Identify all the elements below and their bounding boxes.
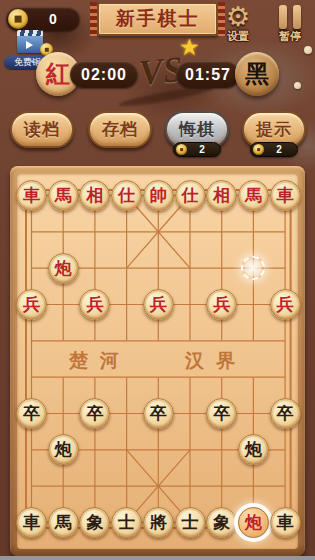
piece-red-soldier[interactable]: 兵 [16, 289, 47, 320]
decor-bead [304, 46, 312, 54]
save-game-button[interactable]: 存档 [88, 111, 152, 148]
pause-label: 暂停 [266, 29, 314, 44]
piece-red-horse[interactable]: 馬 [48, 180, 79, 211]
rank-title-text: 新手棋士 [116, 6, 200, 32]
piece-black-elephant[interactable]: 象 [206, 507, 237, 538]
piece-red-elephant[interactable]: 相 [206, 180, 237, 211]
black-player-disc: 黑 [235, 52, 279, 96]
board-grid [17, 173, 298, 549]
piece-red-cannon[interactable]: 炮 [48, 253, 79, 284]
piece-red-soldier[interactable]: 兵 [206, 289, 237, 320]
coin-icon [176, 144, 187, 155]
hint-label: 提示 [256, 118, 292, 141]
piece-black-advisor[interactable]: 士 [175, 507, 206, 538]
piece-black-cannon[interactable]: 炮 [48, 434, 79, 465]
black-player-label: 黑 [245, 58, 269, 90]
piece-black-chariot[interactable]: 車 [270, 507, 301, 538]
undo-count-badge: 2 [173, 142, 221, 157]
piece-red-cannon[interactable]: 炮 [238, 507, 269, 538]
video-clapperboard-icon [17, 30, 47, 54]
piece-black-soldier[interactable]: 卒 [143, 398, 174, 429]
piece-red-chariot[interactable]: 車 [270, 180, 301, 211]
piece-red-advisor[interactable]: 仕 [111, 180, 142, 211]
piece-red-horse[interactable]: 馬 [238, 180, 269, 211]
river-label-right: 汉界 [185, 348, 247, 374]
piece-red-general[interactable]: 帥 [143, 180, 174, 211]
piece-red-chariot[interactable]: 車 [16, 180, 47, 211]
coin-icon [8, 9, 28, 29]
piece-black-cannon[interactable]: 炮 [238, 434, 269, 465]
load-save-button[interactable]: 读档 [10, 111, 74, 148]
coin-balance-value: 0 [32, 7, 74, 31]
coin-icon [253, 144, 264, 155]
pause-button[interactable]: 暂停 [266, 4, 314, 44]
river-label-left: 楚河 [69, 348, 131, 374]
piece-black-soldier[interactable]: 卒 [206, 398, 237, 429]
piece-black-general[interactable]: 將 [143, 507, 174, 538]
hint-count-badge: 2 [250, 142, 298, 157]
black-timer: 01:57 [176, 61, 240, 88]
undo-move-label: 悔棋 [179, 118, 215, 141]
pause-icon [266, 4, 314, 30]
load-save-label: 读档 [24, 118, 60, 141]
save-game-label: 存档 [102, 118, 138, 141]
decor-bead [294, 82, 301, 89]
settings-label: 设置 [214, 29, 262, 44]
undo-count-value: 2 [188, 143, 216, 156]
piece-red-soldier[interactable]: 兵 [270, 289, 301, 320]
rank-title-plaque: 新手棋士 [97, 2, 218, 36]
red-player-label: 紅 [46, 58, 70, 90]
screen-bottom-edge [0, 556, 315, 560]
piece-black-horse[interactable]: 馬 [48, 507, 79, 538]
red-timer: 02:00 [70, 61, 138, 88]
piece-black-soldier[interactable]: 卒 [16, 398, 47, 429]
board-frame: 楚河 汉界 車馬相仕帥仕相馬車炮兵兵兵兵兵卒卒卒卒卒炮炮車馬象士將士象炮車 [10, 166, 305, 556]
star-icon: ★ [179, 34, 200, 61]
piece-red-advisor[interactable]: 仕 [175, 180, 206, 211]
piece-black-advisor[interactable]: 士 [111, 507, 142, 538]
game-screen: 0 新手棋士 ⚙ 设置 暂停 免费铜钱 紅 02:00 VS ★ 01:57 黑… [0, 0, 315, 560]
piece-black-chariot[interactable]: 車 [16, 507, 47, 538]
settings-button[interactable]: ⚙ 设置 [214, 4, 262, 44]
coin-balance-pill[interactable]: 0 [6, 7, 80, 31]
xiangqi-board[interactable]: 楚河 汉界 車馬相仕帥仕相馬車炮兵兵兵兵兵卒卒卒卒卒炮炮車馬象士將士象炮車 [17, 173, 298, 549]
hint-count-value: 2 [265, 143, 293, 156]
piece-black-soldier[interactable]: 卒 [270, 398, 301, 429]
piece-red-soldier[interactable]: 兵 [143, 289, 174, 320]
gear-icon: ⚙ [214, 4, 262, 30]
